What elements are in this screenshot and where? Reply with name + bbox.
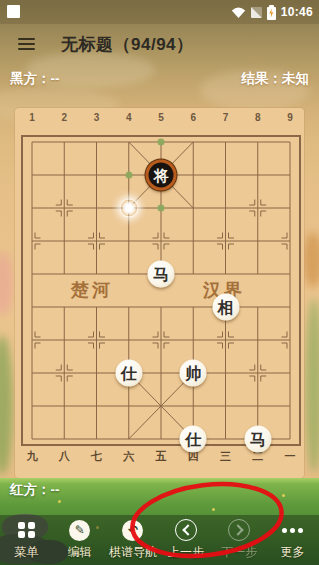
- river-text-left: 楚河: [60, 277, 124, 303]
- next-step-icon: [228, 519, 250, 541]
- piece-red-仕[interactable]: 仕: [180, 426, 207, 453]
- clock-time: 10:46: [281, 5, 313, 19]
- battery-charging-icon: [267, 5, 276, 20]
- foliage-decor: [0, 335, 13, 475]
- menu-grid-icon: [18, 522, 35, 539]
- top-info-row: 黑方：-- 结果：未知: [0, 66, 319, 92]
- piece-red-马[interactable]: 马: [244, 426, 271, 453]
- file-coord-bottom: 七: [86, 449, 108, 464]
- file-coord-bottom: 六: [118, 449, 140, 464]
- hamburger-menu-icon[interactable]: [18, 38, 35, 51]
- file-coord-top: 4: [118, 112, 140, 123]
- file-coord-top: 2: [53, 112, 75, 123]
- black-side-label: 黑方：--: [10, 70, 60, 88]
- record-navigate-icon: ↶: [122, 520, 143, 541]
- file-coord-bottom: 八: [53, 449, 75, 464]
- legal-move-dot[interactable]: [158, 139, 165, 146]
- more-button[interactable]: 更多: [266, 515, 319, 565]
- record-navigate-button[interactable]: ↶ 棋谱导航: [106, 515, 159, 565]
- file-coord-top: 6: [182, 112, 204, 123]
- title-bar: 无标题（94/94）: [0, 24, 319, 64]
- result-label: 结果：未知: [242, 70, 310, 88]
- file-coord-top: 9: [279, 112, 301, 123]
- red-side-label: 红方：--: [10, 481, 60, 499]
- foliage-decor: [305, 298, 319, 473]
- file-coord-bottom: 一: [279, 449, 301, 464]
- file-coord-top: 8: [247, 112, 269, 123]
- selection-cursor: [119, 199, 138, 218]
- next-step-button[interactable]: 下一步: [213, 515, 266, 565]
- file-coord-top: 1: [21, 112, 43, 123]
- piece-black-将[interactable]: 将: [146, 160, 177, 191]
- file-coord-bottom: 五: [150, 449, 172, 464]
- page-title: 无标题（94/94）: [61, 33, 194, 56]
- legal-move-dot[interactable]: [158, 205, 165, 212]
- file-coord-top: 3: [86, 112, 108, 123]
- legal-move-dot[interactable]: [125, 172, 132, 179]
- edit-icon: ✎: [69, 520, 90, 541]
- file-coord-bottom: 三: [215, 449, 237, 464]
- file-coord-top: 7: [215, 112, 237, 123]
- app-screen: 10:46 无标题（94/94） 黑方：-- 结果：未知 楚河 汉界 12345…: [0, 0, 319, 565]
- piece-red-仕[interactable]: 仕: [115, 360, 142, 387]
- file-coord-bottom: 九: [21, 449, 43, 464]
- xiangqi-board[interactable]: 楚河 汉界 123456789九八七六五四三二一将马相仕帅仕马: [15, 108, 304, 478]
- blossom-decor: [0, 252, 13, 316]
- no-signal-icon: [251, 7, 262, 18]
- prev-step-button[interactable]: 上一步: [160, 515, 213, 565]
- edit-button[interactable]: ✎ 编辑: [53, 515, 106, 565]
- bottom-toolbar: 菜单 ✎ 编辑 ↶ 棋谱导航 上一步 下一步 更多: [0, 515, 319, 565]
- foliage-decor: [303, 232, 319, 288]
- piece-red-相[interactable]: 相: [212, 294, 239, 321]
- wifi-icon: [231, 6, 246, 19]
- prev-step-icon: [175, 519, 197, 541]
- piece-red-帅[interactable]: 帅: [180, 360, 207, 387]
- piece-red-马[interactable]: 马: [148, 261, 175, 288]
- notification-square-icon: [7, 5, 20, 18]
- file-coord-top: 5: [150, 112, 172, 123]
- status-bar: 10:46: [0, 0, 319, 24]
- more-dots-icon: [282, 528, 303, 533]
- menu-button[interactable]: 菜单: [0, 515, 53, 565]
